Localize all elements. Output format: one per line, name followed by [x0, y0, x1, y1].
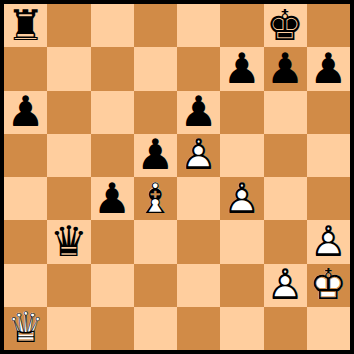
square-h4[interactable]: [307, 177, 350, 220]
square-g5[interactable]: [264, 134, 307, 177]
square-b5[interactable]: [47, 134, 90, 177]
queen-outline-glyph: ♕: [4, 307, 47, 350]
square-h6[interactable]: [307, 91, 350, 134]
bishop-outline-glyph: ♗: [134, 177, 177, 220]
square-a5[interactable]: [4, 134, 47, 177]
square-b2[interactable]: [47, 264, 90, 307]
chess-board-frame: ♜♚♟♟♟♟♟♟♟♙♟♝♗♟♙♛♟♙♟♙♚♔♛♕: [0, 0, 354, 354]
square-d5[interactable]: ♟: [134, 134, 177, 177]
pawn-glyph: ♟: [4, 91, 47, 134]
square-d7[interactable]: [134, 47, 177, 90]
black-pawn[interactable]: ♟: [177, 91, 220, 134]
square-g3[interactable]: [264, 220, 307, 263]
black-pawn[interactable]: ♟: [4, 91, 47, 134]
black-pawn[interactable]: ♟: [91, 177, 134, 220]
square-g2[interactable]: ♟♙: [264, 264, 307, 307]
black-pawn[interactable]: ♟: [307, 47, 350, 90]
square-e1[interactable]: [177, 307, 220, 350]
black-king[interactable]: ♚: [264, 4, 307, 47]
black-rook[interactable]: ♜: [4, 4, 47, 47]
square-b8[interactable]: [47, 4, 90, 47]
square-b3[interactable]: ♛: [47, 220, 90, 263]
white-pawn[interactable]: ♟♙: [220, 177, 263, 220]
square-a3[interactable]: [4, 220, 47, 263]
square-f4[interactable]: ♟♙: [220, 177, 263, 220]
square-e5[interactable]: ♟♙: [177, 134, 220, 177]
king-outline-glyph: ♔: [307, 264, 350, 307]
square-f7[interactable]: ♟: [220, 47, 263, 90]
square-h7[interactable]: ♟: [307, 47, 350, 90]
square-f1[interactable]: [220, 307, 263, 350]
square-g7[interactable]: ♟: [264, 47, 307, 90]
square-a4[interactable]: [4, 177, 47, 220]
square-a7[interactable]: [4, 47, 47, 90]
white-king[interactable]: ♚♔: [307, 264, 350, 307]
square-e2[interactable]: [177, 264, 220, 307]
square-f5[interactable]: [220, 134, 263, 177]
square-a6[interactable]: ♟: [4, 91, 47, 134]
square-g4[interactable]: [264, 177, 307, 220]
square-g1[interactable]: [264, 307, 307, 350]
square-e8[interactable]: [177, 4, 220, 47]
square-h2[interactable]: ♚♔: [307, 264, 350, 307]
square-a2[interactable]: [4, 264, 47, 307]
square-e4[interactable]: [177, 177, 220, 220]
square-f2[interactable]: [220, 264, 263, 307]
square-f8[interactable]: [220, 4, 263, 47]
square-c7[interactable]: [91, 47, 134, 90]
king-glyph: ♚: [264, 4, 307, 47]
black-pawn[interactable]: ♟: [220, 47, 263, 90]
square-d3[interactable]: [134, 220, 177, 263]
pawn-glyph: ♟: [134, 134, 177, 177]
white-pawn[interactable]: ♟♙: [307, 220, 350, 263]
square-f3[interactable]: [220, 220, 263, 263]
square-e3[interactable]: [177, 220, 220, 263]
pawn-glyph: ♟: [177, 91, 220, 134]
white-bishop[interactable]: ♝♗: [134, 177, 177, 220]
square-f6[interactable]: [220, 91, 263, 134]
square-c5[interactable]: [91, 134, 134, 177]
square-c6[interactable]: [91, 91, 134, 134]
pawn-glyph: ♟: [91, 177, 134, 220]
square-d4[interactable]: ♝♗: [134, 177, 177, 220]
square-d6[interactable]: [134, 91, 177, 134]
pawn-outline-glyph: ♙: [307, 220, 350, 263]
square-a1[interactable]: ♛♕: [4, 307, 47, 350]
square-a8[interactable]: ♜: [4, 4, 47, 47]
pawn-outline-glyph: ♙: [177, 134, 220, 177]
square-c4[interactable]: ♟: [91, 177, 134, 220]
black-queen[interactable]: ♛: [47, 220, 90, 263]
black-pawn[interactable]: ♟: [134, 134, 177, 177]
square-c8[interactable]: [91, 4, 134, 47]
rook-glyph: ♜: [4, 4, 47, 47]
square-h3[interactable]: ♟♙: [307, 220, 350, 263]
square-h1[interactable]: [307, 307, 350, 350]
square-e7[interactable]: [177, 47, 220, 90]
square-c2[interactable]: [91, 264, 134, 307]
square-c3[interactable]: [91, 220, 134, 263]
white-pawn[interactable]: ♟♙: [177, 134, 220, 177]
square-d2[interactable]: [134, 264, 177, 307]
square-b1[interactable]: [47, 307, 90, 350]
square-b6[interactable]: [47, 91, 90, 134]
queen-glyph: ♛: [47, 220, 90, 263]
black-pawn[interactable]: ♟: [264, 47, 307, 90]
white-pawn[interactable]: ♟♙: [264, 264, 307, 307]
pawn-glyph: ♟: [307, 47, 350, 90]
square-h5[interactable]: [307, 134, 350, 177]
pawn-glyph: ♟: [220, 47, 263, 90]
pawn-outline-glyph: ♙: [264, 264, 307, 307]
square-b7[interactable]: [47, 47, 90, 90]
white-queen[interactable]: ♛♕: [4, 307, 47, 350]
square-b4[interactable]: [47, 177, 90, 220]
square-g6[interactable]: [264, 91, 307, 134]
square-g8[interactable]: ♚: [264, 4, 307, 47]
square-d1[interactable]: [134, 307, 177, 350]
square-c1[interactable]: [91, 307, 134, 350]
square-d8[interactable]: [134, 4, 177, 47]
pawn-outline-glyph: ♙: [220, 177, 263, 220]
square-h8[interactable]: [307, 4, 350, 47]
chess-board: ♜♚♟♟♟♟♟♟♟♙♟♝♗♟♙♛♟♙♟♙♚♔♛♕: [4, 4, 350, 350]
square-e6[interactable]: ♟: [177, 91, 220, 134]
pawn-glyph: ♟: [264, 47, 307, 90]
